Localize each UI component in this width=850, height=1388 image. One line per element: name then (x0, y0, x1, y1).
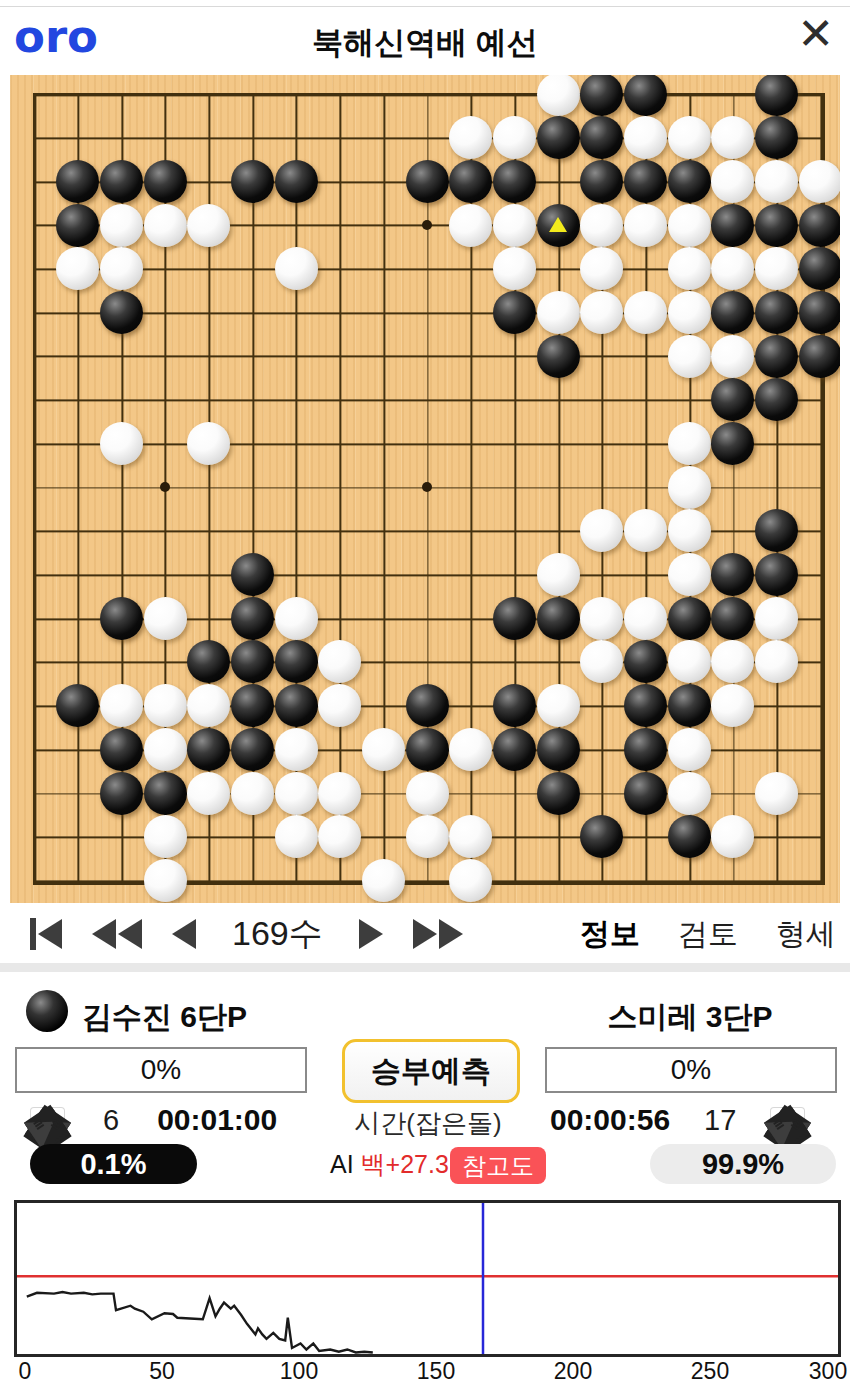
black-stone (711, 378, 754, 421)
black-stone (799, 204, 840, 247)
white-stone (56, 247, 99, 290)
white-stone (668, 204, 711, 247)
white-stone (275, 772, 318, 815)
white-stone (668, 509, 711, 552)
white-stone (449, 815, 492, 858)
white-stone (449, 204, 492, 247)
predict-button[interactable]: 승부예측 (342, 1039, 520, 1103)
black-stone (100, 597, 143, 640)
black-stone (711, 553, 754, 596)
white-stone (668, 291, 711, 334)
white-clock: 00:00:56 (550, 1103, 670, 1137)
white-stone (755, 160, 798, 203)
black-stone (668, 815, 711, 858)
black-stone (100, 772, 143, 815)
black-stone (755, 335, 798, 378)
forward-button[interactable] (359, 919, 383, 949)
black-stone (275, 684, 318, 727)
fast-forward-button[interactable] (413, 919, 463, 949)
black-stone (711, 204, 754, 247)
black-stone (406, 684, 449, 727)
ai-score-value: 백+27.3 (361, 1150, 449, 1178)
black-stone (799, 291, 840, 334)
white-stone (624, 509, 667, 552)
status-divider (0, 6, 850, 7)
white-stone (580, 640, 623, 683)
white-stone (318, 772, 361, 815)
white-stone (580, 204, 623, 247)
black-stone (537, 728, 580, 771)
white-stone (799, 160, 840, 203)
black-stone (711, 291, 754, 334)
white-stone (100, 684, 143, 727)
white-stone (100, 247, 143, 290)
stones-grid (12, 75, 840, 902)
black-stone (231, 553, 274, 596)
white-stone (144, 859, 187, 902)
x-tick-label: 50 (149, 1358, 175, 1385)
last-move-marker (549, 217, 567, 232)
white-stone (144, 684, 187, 727)
white-stone (275, 728, 318, 771)
korea-flag-icon (30, 1107, 65, 1133)
white-stone (493, 247, 536, 290)
white-stone (144, 728, 187, 771)
black-stone (493, 160, 536, 203)
white-winrate-box: 0% (545, 1047, 837, 1093)
white-stone (144, 204, 187, 247)
black-stone (580, 815, 623, 858)
go-board[interactable] (10, 75, 840, 903)
winrate-graph[interactable] (14, 1200, 841, 1357)
black-stone (624, 75, 667, 116)
white-info-row: 00:00:56 17 (550, 1100, 805, 1140)
black-stone (624, 728, 667, 771)
black-stone (56, 204, 99, 247)
black-stone (144, 772, 187, 815)
move-counter: 169수 (226, 911, 329, 957)
black-stone (100, 728, 143, 771)
white-stone (100, 204, 143, 247)
x-tick-label: 150 (417, 1358, 455, 1385)
black-stone-icon (26, 990, 68, 1032)
black-captures: 6 (103, 1104, 119, 1137)
white-stone (755, 597, 798, 640)
white-stone (711, 247, 754, 290)
white-stone (144, 815, 187, 858)
black-stone (231, 728, 274, 771)
black-stone (187, 640, 230, 683)
white-stone (493, 204, 536, 247)
black-stone (755, 378, 798, 421)
page-title: 북해신역배 예선 (0, 22, 850, 64)
nav-buttons: 169수 (30, 905, 463, 963)
black-stone (755, 553, 798, 596)
black-stone (537, 597, 580, 640)
white-stone (668, 247, 711, 290)
x-tick-label: 250 (691, 1358, 729, 1385)
white-stone (711, 815, 754, 858)
black-stone (56, 160, 99, 203)
white-stone (144, 597, 187, 640)
black-stone (799, 335, 840, 378)
black-stone (668, 684, 711, 727)
white-stone (537, 291, 580, 334)
white-stone (406, 772, 449, 815)
white-stone (668, 466, 711, 509)
black-stone (668, 597, 711, 640)
black-stone (755, 75, 798, 116)
go-review-app: oro 북해신역배 예선 ✕ 169수 정보 검토 형세 김수진 6단P 스미레… (0, 0, 850, 1388)
black-stone (580, 160, 623, 203)
black-stone (799, 247, 840, 290)
white-stone (187, 422, 230, 465)
white-stone (449, 859, 492, 902)
white-stone (755, 247, 798, 290)
white-stone (362, 728, 405, 771)
white-stone (668, 422, 711, 465)
white-stone (668, 728, 711, 771)
black-stone (668, 160, 711, 203)
x-tick-label: 100 (280, 1358, 318, 1385)
white-stone (275, 815, 318, 858)
white-stone (231, 772, 274, 815)
white-stone (537, 684, 580, 727)
black-stone (624, 772, 667, 815)
white-stone (755, 772, 798, 815)
black-stone (493, 597, 536, 640)
black-ai-winrate-pill: 0.1% (30, 1144, 197, 1184)
white-stone (187, 684, 230, 727)
white-captures: 17 (704, 1104, 736, 1137)
black-info-row: 6 00:01:00 (30, 1100, 277, 1140)
black-stone (231, 160, 274, 203)
black-stone (231, 640, 274, 683)
white-stone (668, 640, 711, 683)
white-stone (318, 640, 361, 683)
black-player-name: 김수진 6단P (82, 997, 247, 1038)
black-winrate-box: 0% (15, 1047, 307, 1093)
close-icon[interactable]: ✕ (797, 12, 834, 56)
white-stone (537, 553, 580, 596)
black-stone (755, 116, 798, 159)
black-stone (275, 640, 318, 683)
white-stone (711, 116, 754, 159)
black-stone (187, 728, 230, 771)
white-stone (580, 597, 623, 640)
white-stone (187, 772, 230, 815)
white-stone (624, 116, 667, 159)
black-stone (624, 640, 667, 683)
black-stone (711, 422, 754, 465)
white-player-name: 스미레 3단P (545, 997, 835, 1038)
black-stone (624, 160, 667, 203)
white-stone (711, 335, 754, 378)
black-stone (711, 597, 754, 640)
black-stone (537, 204, 580, 247)
white-stone (624, 204, 667, 247)
tab-bar: 정보 검토 형세 (580, 905, 836, 963)
white-stone (711, 640, 754, 683)
black-stone (755, 509, 798, 552)
black-stone (493, 684, 536, 727)
white-stone (755, 640, 798, 683)
black-stone (275, 160, 318, 203)
black-stone (56, 684, 99, 727)
white-stone (624, 597, 667, 640)
black-stone (406, 728, 449, 771)
white-stone (580, 509, 623, 552)
black-stone (231, 684, 274, 727)
white-stone (406, 815, 449, 858)
black-stone (537, 772, 580, 815)
fast-rewind-button[interactable] (92, 919, 142, 949)
white-stone (275, 247, 318, 290)
white-stone (580, 247, 623, 290)
white-stone (668, 335, 711, 378)
white-stone (493, 116, 536, 159)
black-stone (144, 160, 187, 203)
white-stone (668, 772, 711, 815)
black-stone (406, 160, 449, 203)
black-stone (537, 116, 580, 159)
section-divider (0, 963, 850, 972)
black-stone (100, 291, 143, 334)
white-stone (449, 728, 492, 771)
white-stone (537, 75, 580, 116)
white-stone (711, 684, 754, 727)
white-stone (449, 116, 492, 159)
black-stone (624, 684, 667, 727)
black-stone (493, 291, 536, 334)
black-stone (755, 204, 798, 247)
korea-flag-icon (770, 1107, 805, 1133)
white-stone (362, 859, 405, 902)
white-stone (668, 116, 711, 159)
back-button[interactable] (172, 919, 196, 949)
black-clock: 00:01:00 (157, 1103, 277, 1137)
time-caption: 시간(잡은돌) (330, 1106, 526, 1141)
white-stone (318, 815, 361, 858)
white-stone (624, 291, 667, 334)
white-stone (711, 160, 754, 203)
white-ai-winrate-pill: 99.9% (650, 1144, 836, 1184)
white-stone (275, 597, 318, 640)
white-stone (668, 553, 711, 596)
black-stone (580, 75, 623, 116)
white-stone (580, 291, 623, 334)
black-stone (537, 335, 580, 378)
tab-review[interactable]: 검토 (678, 914, 738, 955)
black-stone (580, 116, 623, 159)
go-start-button[interactable] (30, 918, 62, 950)
x-tick-label: 200 (554, 1358, 592, 1385)
x-tick-label: 300 (809, 1358, 847, 1385)
black-stone (493, 728, 536, 771)
white-stone (187, 204, 230, 247)
reference-diagram-button[interactable]: 참고도 (450, 1147, 546, 1184)
black-stone (100, 160, 143, 203)
black-stone (449, 160, 492, 203)
x-tick-label: 0 (19, 1358, 32, 1385)
move-nav-bar: 169수 정보 검토 형세 (0, 905, 850, 963)
white-stone (100, 422, 143, 465)
white-stone (318, 684, 361, 727)
black-stone (231, 597, 274, 640)
graph-x-axis: 050100150200250300 (14, 1358, 841, 1384)
tab-territory[interactable]: 형세 (776, 914, 836, 955)
black-stone (755, 291, 798, 334)
tab-info[interactable]: 정보 (580, 914, 640, 955)
